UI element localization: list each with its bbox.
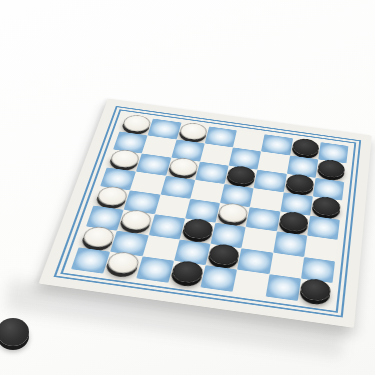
board-frame-outer-line [54, 106, 362, 318]
board-square[interactable] [269, 252, 304, 278]
white-checker-piece[interactable] [121, 114, 152, 133]
board-square[interactable] [79, 226, 118, 252]
board-square[interactable] [86, 206, 124, 231]
board-square[interactable] [71, 247, 110, 274]
board-square[interactable] [233, 269, 269, 296]
white-checker-piece[interactable] [106, 250, 142, 275]
board-square[interactable] [185, 199, 220, 223]
board-square[interactable] [142, 235, 179, 261]
board-square[interactable] [110, 230, 148, 256]
board-square[interactable] [215, 203, 250, 227]
white-checker-piece[interactable] [178, 122, 208, 141]
board-square[interactable] [237, 248, 272, 274]
board-frame-inner-line [60, 109, 356, 313]
board-square[interactable] [304, 236, 338, 261]
board-square[interactable] [273, 231, 307, 256]
photo-background [0, 0, 375, 375]
board-square[interactable] [168, 261, 206, 288]
board-square[interactable] [206, 244, 242, 270]
off-board-black-checker-piece[interactable] [0, 318, 29, 346]
board-square[interactable] [276, 211, 309, 235]
board-square[interactable] [136, 256, 174, 283]
board-square[interactable] [242, 227, 277, 252]
board-grid [71, 115, 348, 306]
board-square[interactable] [211, 223, 246, 248]
board-square[interactable] [154, 195, 190, 219]
tilt-wrapper [39, 99, 372, 328]
black-checker-piece[interactable] [299, 277, 331, 302]
board-scene [28, 11, 375, 375]
black-checker-piece[interactable] [207, 242, 240, 266]
black-checker-piece[interactable] [181, 218, 214, 241]
board-square[interactable] [148, 214, 184, 239]
board-square[interactable] [301, 257, 335, 283]
white-checker-piece[interactable] [81, 225, 117, 249]
perspective-wrapper [25, 36, 375, 375]
board-square[interactable] [103, 252, 142, 279]
board-square[interactable] [179, 219, 215, 244]
white-checker-piece[interactable] [119, 209, 153, 232]
board-square[interactable] [200, 265, 237, 292]
black-checker-piece[interactable] [170, 259, 205, 284]
board-square[interactable] [93, 186, 130, 210]
board-square[interactable] [117, 210, 154, 235]
game-board [39, 99, 372, 328]
black-checker-piece[interactable] [291, 137, 320, 157]
board-square[interactable] [124, 190, 160, 214]
board-square[interactable] [298, 278, 333, 305]
board-square[interactable] [265, 274, 301, 301]
board-square[interactable] [307, 216, 340, 240]
board-square[interactable] [174, 239, 211, 265]
board-square[interactable] [246, 207, 280, 231]
